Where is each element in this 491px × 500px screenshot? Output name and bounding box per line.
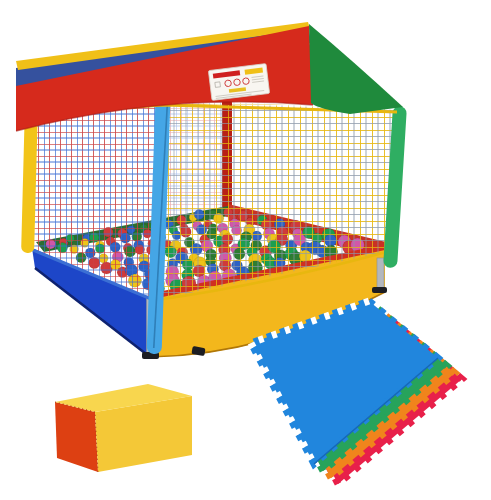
product-photo — [0, 0, 491, 500]
eva-mats — [251, 301, 462, 484]
foam-block-side-red — [55, 402, 98, 472]
foam-block — [55, 384, 192, 472]
product-photo-canvas — [0, 0, 491, 500]
roof-panel-right-green — [309, 24, 403, 114]
